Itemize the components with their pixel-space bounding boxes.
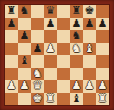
square-a8[interactable]: ♜ [5,5,18,18]
square-a4[interactable] [5,55,18,68]
square-h6[interactable] [96,30,109,43]
square-g3[interactable] [83,68,96,81]
square-h7[interactable]: ♟ [96,18,109,31]
square-d4[interactable] [44,55,57,68]
square-b4[interactable]: ♝ [18,55,31,68]
piece-black-queen: ♛ [46,5,56,18]
square-g5[interactable]: ♝ [83,43,96,56]
square-e7[interactable] [57,18,70,31]
square-c8[interactable] [31,5,44,18]
square-g4[interactable] [83,55,96,68]
square-e8[interactable] [57,5,70,18]
square-c4[interactable] [31,55,44,68]
square-f4[interactable] [70,55,83,68]
chess-board-frame: ♜♞♛♜♚♟♟♟♟♟♟♞♟♟♞♝♝♞♟♟♛♟♟♟♚♜♝♜ [0,0,114,110]
piece-black-pawn: ♟ [33,43,43,56]
square-d8[interactable]: ♛ [44,5,57,18]
square-d1[interactable]: ♜ [44,93,57,106]
square-a3[interactable] [5,68,18,81]
square-d3[interactable] [44,68,57,81]
square-a6[interactable] [5,30,18,43]
square-e6[interactable] [57,30,70,43]
square-b3[interactable] [18,68,31,81]
piece-white-knight: ♞ [72,43,82,56]
square-f3[interactable] [70,68,83,81]
square-h3[interactable] [96,68,109,81]
piece-black-knight: ♞ [72,30,82,43]
square-e1[interactable] [57,93,70,106]
square-c3[interactable]: ♞ [31,68,44,81]
square-f1[interactable]: ♝ [70,93,83,106]
piece-black-pawn: ♟ [7,18,17,31]
square-f7[interactable]: ♟ [70,18,83,31]
square-g2[interactable]: ♟ [83,80,96,93]
square-b6[interactable]: ♟ [18,30,31,43]
square-c6[interactable] [31,30,44,43]
square-e2[interactable] [57,80,70,93]
square-a5[interactable] [5,43,18,56]
square-a2[interactable]: ♟ [5,80,18,93]
square-h1[interactable]: ♜ [96,93,109,106]
piece-white-queen: ♛ [33,80,43,93]
square-a7[interactable]: ♟ [5,18,18,31]
square-g1[interactable] [83,93,96,106]
piece-white-rook: ♜ [98,93,108,106]
square-c7[interactable] [31,18,44,31]
piece-black-rook: ♜ [72,5,82,18]
square-h4[interactable] [96,55,109,68]
piece-black-rook: ♜ [7,5,17,18]
square-f2[interactable]: ♟ [70,80,83,93]
piece-white-pawn: ♟ [85,80,95,93]
piece-black-king: ♚ [85,5,95,18]
square-d2[interactable] [44,80,57,93]
square-c5[interactable]: ♟ [31,43,44,56]
square-c2[interactable]: ♛ [31,80,44,93]
piece-white-rook: ♜ [46,93,56,106]
square-d5[interactable]: ♟ [44,43,57,56]
square-h2[interactable]: ♟ [96,80,109,93]
piece-black-pawn: ♟ [20,30,30,43]
square-b1[interactable] [18,93,31,106]
square-h5[interactable] [96,43,109,56]
square-e4[interactable] [57,55,70,68]
piece-black-knight: ♞ [20,5,30,18]
piece-white-pawn: ♟ [7,80,17,93]
piece-black-pawn: ♟ [46,18,56,31]
square-c1[interactable]: ♚ [31,93,44,106]
square-g7[interactable]: ♟ [83,18,96,31]
piece-black-bishop: ♝ [20,55,30,68]
square-b7[interactable] [18,18,31,31]
chess-board: ♜♞♛♜♚♟♟♟♟♟♟♞♟♟♞♝♝♞♟♟♛♟♟♟♚♜♝♜ [5,5,109,105]
piece-white-pawn: ♟ [20,80,30,93]
square-g8[interactable]: ♚ [83,5,96,18]
piece-white-bishop: ♝ [85,43,95,56]
square-f8[interactable]: ♜ [70,5,83,18]
square-e3[interactable] [57,68,70,81]
square-g6[interactable] [83,30,96,43]
square-b2[interactable]: ♟ [18,80,31,93]
piece-black-pawn: ♟ [85,18,95,31]
square-a1[interactable] [5,93,18,106]
square-f5[interactable]: ♞ [70,43,83,56]
square-f6[interactable]: ♞ [70,30,83,43]
piece-black-pawn: ♟ [72,18,82,31]
piece-white-pawn: ♟ [72,80,82,93]
square-b5[interactable] [18,43,31,56]
square-h8[interactable] [96,5,109,18]
piece-white-pawn: ♟ [46,43,56,56]
piece-black-pawn: ♟ [98,18,108,31]
square-d6[interactable] [44,30,57,43]
piece-white-pawn: ♟ [98,80,108,93]
piece-white-king: ♚ [33,93,43,106]
piece-black-bishop: ♝ [72,93,82,106]
square-d7[interactable]: ♟ [44,18,57,31]
piece-white-knight: ♞ [33,68,43,81]
square-b8[interactable]: ♞ [18,5,31,18]
square-e5[interactable] [57,43,70,56]
